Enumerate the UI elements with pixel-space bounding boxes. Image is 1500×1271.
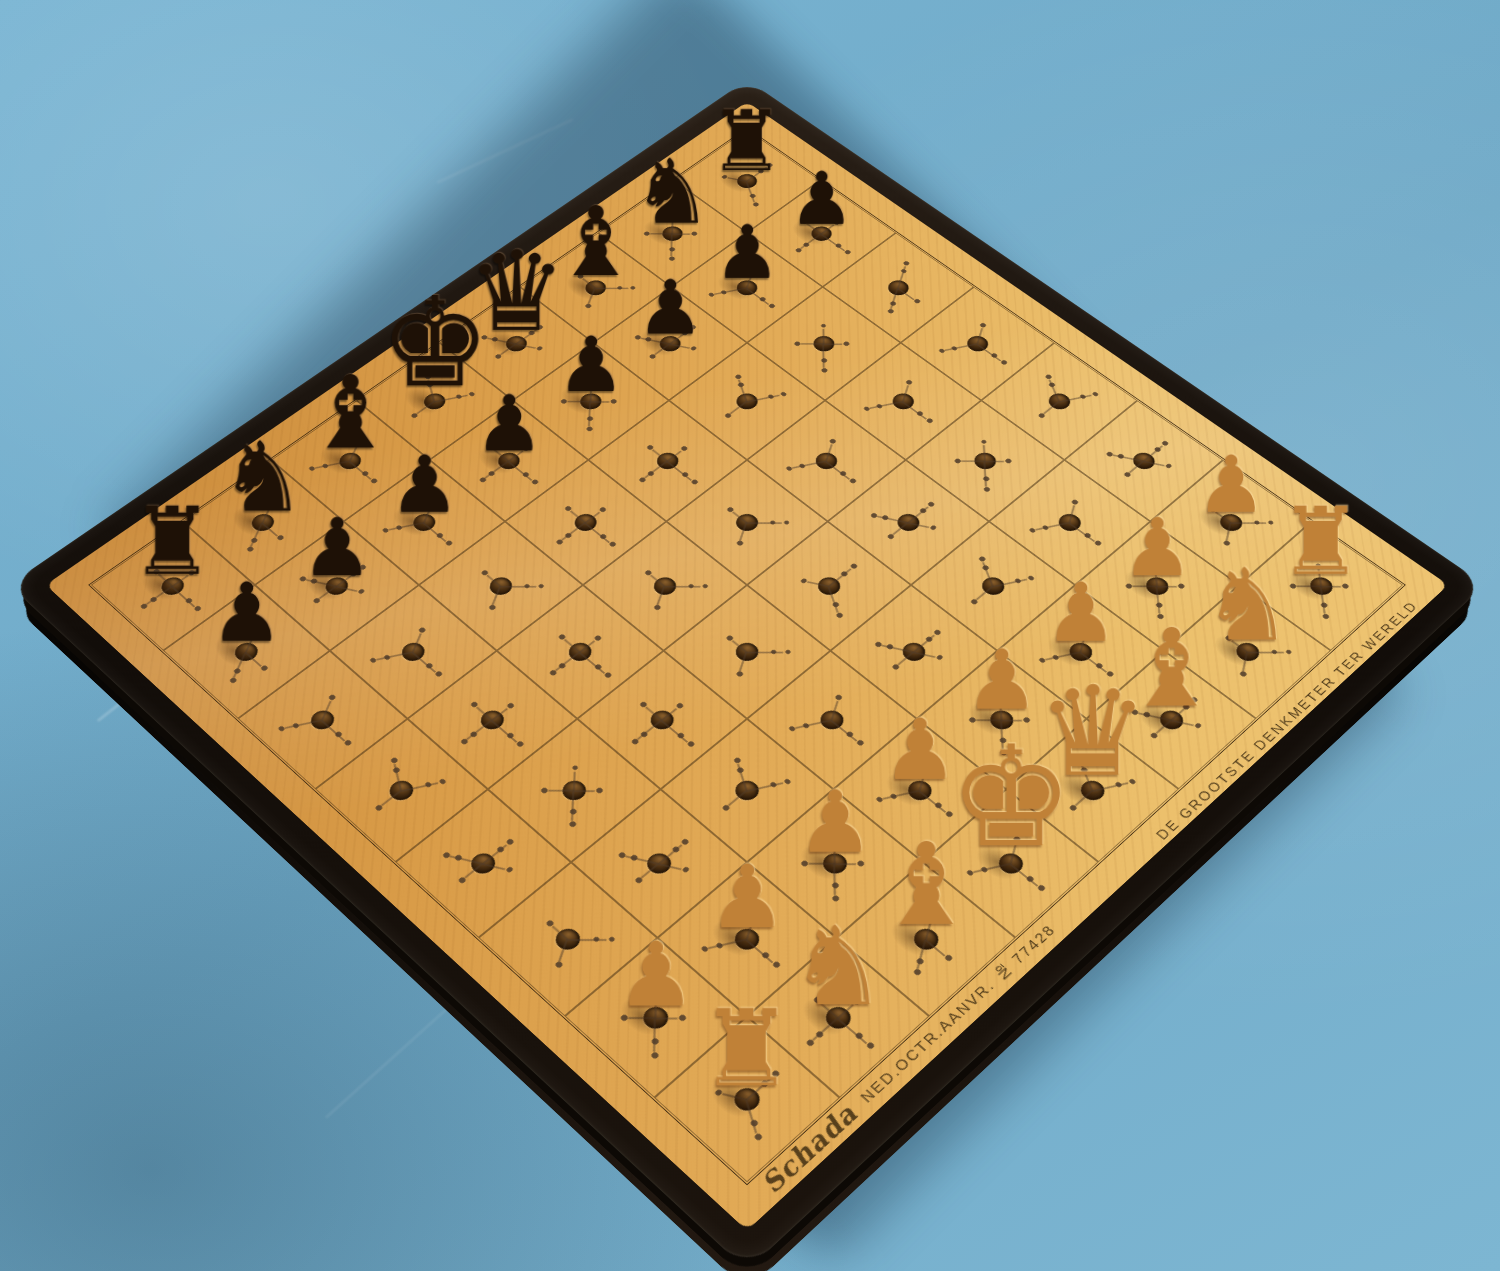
move-dot-icon (586, 426, 593, 432)
move-dot-icon (844, 250, 851, 255)
move-dot-icon (982, 476, 990, 482)
move-dot-icon (1117, 454, 1125, 460)
move-line-icon (823, 344, 842, 345)
move-dot-icon (616, 285, 623, 290)
move-dot-icon (849, 478, 857, 484)
move-dot-icon (1000, 360, 1007, 365)
move-line-icon (1231, 522, 1267, 523)
move-line-icon (650, 234, 672, 235)
move-line-icon (746, 522, 781, 523)
move-dot-icon (370, 478, 378, 484)
move-dot-icon (978, 556, 986, 562)
move-dot-icon (645, 337, 652, 342)
move-dot-icon (1106, 451, 1114, 457)
move-dot-icon (669, 214, 676, 219)
move-dot-icon (491, 337, 498, 342)
move-dot-icon (783, 520, 791, 526)
move-line-icon (822, 329, 824, 344)
move-dot-icon (1029, 527, 1037, 533)
move-dot-icon (359, 564, 367, 570)
move-dot-icon (1045, 374, 1052, 379)
move-line-icon (961, 461, 984, 462)
move-line-icon (349, 461, 372, 480)
move-dot-icon (752, 202, 759, 207)
move-dot-icon (1151, 563, 1159, 569)
move-dot-icon (1267, 520, 1275, 526)
move-dot-icon (1094, 540, 1102, 546)
move-dot-icon (1092, 391, 1099, 397)
move-dot-icon (586, 416, 593, 422)
move-line-icon (671, 234, 673, 256)
move-dot-icon (246, 546, 254, 552)
move-dot-icon (610, 399, 617, 405)
move-dot-icon (749, 193, 756, 198)
move-dot-icon (669, 247, 676, 252)
move-dot-icon (395, 525, 403, 531)
move-line-icon (589, 402, 591, 426)
move-dot-icon (1014, 578, 1022, 584)
move-dot-icon (308, 466, 316, 472)
move-dot-icon (644, 231, 651, 236)
move-line-icon (644, 461, 667, 479)
move-dot-icon (887, 309, 894, 314)
piece-black-pawn[interactable]: ♟ (210, 576, 283, 651)
move-dot-icon (800, 578, 808, 584)
move-dot-icon (737, 382, 744, 388)
move-dot-icon (1042, 525, 1050, 531)
move-line-icon (801, 344, 824, 345)
move-line-icon (672, 234, 690, 235)
move-line-icon (821, 234, 846, 251)
move-dot-icon (536, 324, 543, 329)
move-dot-icon (980, 439, 987, 445)
move-dot-icon (468, 391, 475, 397)
move-dot-icon (1005, 458, 1013, 464)
move-dot-icon (429, 499, 437, 505)
piece-black-rook[interactable]: ♜ (131, 499, 215, 585)
photo-scene: DE GROOTSTE DENKMETER TER WERELD SchadaN… (0, 0, 1500, 1271)
move-dot-icon (310, 578, 318, 584)
move-dot-icon (321, 463, 329, 469)
move-dot-icon (821, 367, 828, 372)
move-dot-icon (1027, 575, 1035, 581)
move-dot-icon (1165, 463, 1173, 469)
move-dot-icon (691, 231, 698, 236)
move-dot-icon (882, 515, 890, 521)
move-dot-icon (735, 374, 742, 379)
move-dot-icon (634, 335, 641, 340)
move-dot-icon (843, 341, 850, 346)
move-dot-icon (982, 565, 990, 571)
move-dot-icon (954, 458, 962, 464)
move-dot-icon (668, 256, 675, 261)
move-line-icon (423, 523, 446, 542)
move-dot-icon (382, 527, 390, 533)
move-dot-icon (272, 492, 280, 498)
move-dot-icon (690, 346, 697, 351)
piece-white-pawn[interactable]: ♟ (616, 935, 696, 1017)
move-line-icon (825, 461, 850, 480)
move-line-icon (595, 288, 628, 289)
piece-white-bishop[interactable]: ♝ (875, 833, 977, 937)
move-dot-icon (445, 540, 453, 546)
move-line-icon (1069, 523, 1095, 542)
move-dot-icon (983, 486, 991, 492)
move-dot-icon (769, 520, 777, 526)
move-dot-icon (560, 399, 567, 405)
move-dot-icon (914, 299, 921, 304)
move-dot-icon (599, 507, 607, 513)
move-line-icon (567, 401, 590, 402)
piece-white-pawn[interactable]: ♟ (882, 712, 958, 790)
move-line-icon (746, 288, 769, 305)
move-dot-icon (299, 576, 307, 582)
move-dot-icon (424, 374, 431, 379)
move-line-icon (561, 523, 585, 541)
move-line-icon (590, 401, 609, 402)
piece-white-pawn[interactable]: ♟ (1044, 576, 1117, 651)
move-line-icon (902, 401, 927, 419)
piece-white-pawn[interactable]: ♟ (708, 858, 786, 938)
move-dot-icon (481, 335, 488, 340)
move-line-icon (667, 461, 692, 481)
move-dot-icon (585, 303, 592, 308)
move-dot-icon (930, 525, 938, 531)
move-dot-icon (736, 540, 744, 546)
piece-white-pawn[interactable]: ♟ (796, 783, 873, 862)
move-dot-icon (794, 341, 801, 346)
move-dot-icon (1253, 520, 1261, 526)
piece-white-rook[interactable]: ♜ (699, 1000, 795, 1098)
move-dot-icon (426, 382, 433, 388)
move-dot-icon (355, 438, 362, 444)
move-dot-icon (536, 346, 543, 351)
move-dot-icon (768, 303, 775, 308)
move-line-icon (485, 461, 509, 479)
piece-white-pawn[interactable]: ♟ (965, 643, 1039, 719)
move-line-icon (985, 461, 1004, 462)
move-dot-icon (531, 479, 539, 485)
piece-white-knight[interactable]: ♞ (789, 916, 887, 1016)
move-dot-icon (1048, 382, 1055, 388)
move-line-icon (585, 523, 610, 543)
move-dot-icon (609, 541, 617, 547)
move-dot-icon (1223, 540, 1231, 546)
chess-board: DE GROOTSTE DENKMETER TER WERELD SchadaN… (9, 80, 1485, 1271)
move-dot-icon (821, 358, 828, 363)
move-dot-icon (691, 479, 699, 485)
move-dot-icon (780, 391, 787, 397)
move-dot-icon (926, 418, 933, 424)
move-dot-icon (629, 285, 636, 290)
move-dot-icon (277, 535, 285, 541)
move-dot-icon (820, 323, 827, 328)
move-line-icon (508, 461, 533, 481)
move-dot-icon (588, 380, 595, 386)
move-line-icon (977, 344, 1002, 361)
move-dot-icon (870, 512, 878, 518)
move-dot-icon (721, 174, 728, 179)
move-dot-icon (522, 446, 530, 452)
